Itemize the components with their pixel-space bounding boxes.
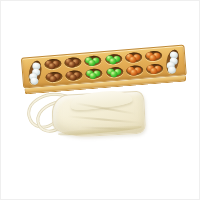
cloth-bag (20, 86, 155, 146)
pit-r2c3 (84, 67, 105, 81)
pit-r2c5 (124, 63, 145, 77)
pit-hollow (65, 70, 83, 81)
pit-r2c1 (43, 70, 64, 84)
stone-green (89, 60, 96, 67)
pit-r2c2 (63, 68, 84, 82)
pit-hollow (85, 68, 103, 79)
pit-hollow (84, 55, 102, 66)
pit-r2c6 (144, 62, 165, 76)
bag-crease (67, 115, 141, 123)
pit-hollow (64, 57, 82, 68)
stone-green (109, 58, 116, 65)
stone-clear (30, 76, 39, 84)
pit-hollow (106, 66, 124, 77)
stone-brown (69, 74, 76, 81)
store-hollow (164, 48, 181, 74)
stone-clear (167, 65, 176, 73)
stone-amber (130, 69, 137, 76)
pit-hollow (145, 51, 163, 62)
pit-hollow (44, 59, 62, 70)
pit-hollow (105, 54, 123, 65)
bag-body (51, 91, 146, 139)
pit-r2c4 (104, 65, 125, 79)
stone-amber (129, 57, 136, 64)
stone-brown (49, 76, 56, 83)
pit-hollow (126, 65, 144, 76)
mancala-store-left (26, 59, 44, 85)
pit-hollow (125, 52, 143, 63)
stone-brown (48, 63, 55, 70)
stone-amber (149, 55, 156, 62)
stone-amber (150, 67, 157, 74)
pit-hollow (45, 71, 63, 82)
stone-green (110, 71, 117, 78)
stone-green (90, 72, 97, 79)
pit-hollow (146, 63, 164, 74)
mancala-store-right (164, 48, 182, 74)
mancala-product-photo (0, 0, 200, 200)
stone-brown (68, 62, 75, 69)
store-hollow (27, 59, 44, 85)
